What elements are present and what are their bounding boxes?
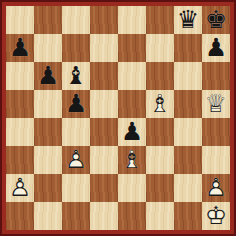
piece-black-queen[interactable]: ♛ — [174, 6, 202, 34]
square-e5[interactable] — [118, 90, 146, 118]
piece-white-pawn[interactable]: ♟♙ — [62, 146, 90, 174]
square-d7[interactable] — [90, 34, 118, 62]
square-d6[interactable] — [90, 62, 118, 90]
piece-black-pawn[interactable]: ♟ — [34, 62, 62, 90]
square-b5[interactable] — [34, 90, 62, 118]
piece-black-bishop[interactable]: ♝ — [62, 62, 90, 90]
black-pawn-icon: ♟ — [37, 63, 59, 88]
piece-white-pawn[interactable]: ♟♙ — [202, 174, 230, 202]
square-e7[interactable] — [118, 34, 146, 62]
square-e8[interactable] — [118, 6, 146, 34]
square-h6[interactable] — [202, 62, 230, 90]
square-b6[interactable]: ♟ — [34, 62, 62, 90]
piece-white-queen[interactable]: ♛♕ — [202, 90, 230, 118]
square-a4[interactable] — [6, 118, 34, 146]
square-d8[interactable] — [90, 6, 118, 34]
square-g2[interactable] — [174, 174, 202, 202]
square-f3[interactable] — [146, 146, 174, 174]
square-a7[interactable]: ♟ — [6, 34, 34, 62]
chess-board: ♛♚♟♟♟♝♟♝♗♛♕♟♟♙♝♗♟♙♟♙♚♔ — [6, 6, 230, 230]
square-h5[interactable]: ♛♕ — [202, 90, 230, 118]
square-c3[interactable]: ♟♙ — [62, 146, 90, 174]
piece-white-king[interactable]: ♚♔ — [202, 202, 230, 230]
white-bishop-outline-icon: ♗ — [121, 147, 143, 172]
square-h3[interactable] — [202, 146, 230, 174]
white-pawn-outline-icon: ♙ — [65, 147, 87, 172]
white-pawn-outline-icon: ♙ — [9, 175, 31, 200]
square-g6[interactable] — [174, 62, 202, 90]
square-a1[interactable] — [6, 202, 34, 230]
board-frame: ♛♚♟♟♟♝♟♝♗♛♕♟♟♙♝♗♟♙♟♙♚♔ — [0, 0, 236, 236]
square-c1[interactable] — [62, 202, 90, 230]
square-f7[interactable] — [146, 34, 174, 62]
square-g8[interactable]: ♛ — [174, 6, 202, 34]
square-a3[interactable] — [6, 146, 34, 174]
black-pawn-icon: ♟ — [205, 35, 227, 60]
white-king-outline-icon: ♔ — [205, 203, 227, 228]
square-e4[interactable]: ♟ — [118, 118, 146, 146]
piece-white-bishop[interactable]: ♝♗ — [118, 146, 146, 174]
piece-black-pawn[interactable]: ♟ — [6, 34, 34, 62]
piece-black-king[interactable]: ♚ — [202, 6, 230, 34]
square-h4[interactable] — [202, 118, 230, 146]
square-c8[interactable] — [62, 6, 90, 34]
black-king-icon: ♚ — [205, 7, 227, 32]
square-e2[interactable] — [118, 174, 146, 202]
square-c6[interactable]: ♝ — [62, 62, 90, 90]
white-bishop-outline-icon: ♗ — [149, 91, 171, 116]
square-c7[interactable] — [62, 34, 90, 62]
black-queen-icon: ♛ — [177, 7, 199, 32]
piece-black-pawn[interactable]: ♟ — [62, 90, 90, 118]
square-e6[interactable] — [118, 62, 146, 90]
square-b4[interactable] — [34, 118, 62, 146]
square-f6[interactable] — [146, 62, 174, 90]
square-c4[interactable] — [62, 118, 90, 146]
square-g4[interactable] — [174, 118, 202, 146]
square-c5[interactable]: ♟ — [62, 90, 90, 118]
white-queen-outline-icon: ♕ — [205, 91, 227, 116]
black-bishop-icon: ♝ — [65, 63, 87, 88]
square-f4[interactable] — [146, 118, 174, 146]
square-f1[interactable] — [146, 202, 174, 230]
square-g7[interactable] — [174, 34, 202, 62]
square-a5[interactable] — [6, 90, 34, 118]
square-c2[interactable] — [62, 174, 90, 202]
white-pawn-outline-icon: ♙ — [205, 175, 227, 200]
square-a8[interactable] — [6, 6, 34, 34]
square-h2[interactable]: ♟♙ — [202, 174, 230, 202]
square-g3[interactable] — [174, 146, 202, 174]
square-g1[interactable] — [174, 202, 202, 230]
black-pawn-icon: ♟ — [65, 91, 87, 116]
piece-white-pawn[interactable]: ♟♙ — [6, 174, 34, 202]
square-b7[interactable] — [34, 34, 62, 62]
square-b2[interactable] — [34, 174, 62, 202]
square-e3[interactable]: ♝♗ — [118, 146, 146, 174]
square-f5[interactable]: ♝♗ — [146, 90, 174, 118]
square-h7[interactable]: ♟ — [202, 34, 230, 62]
square-g5[interactable] — [174, 90, 202, 118]
piece-black-pawn[interactable]: ♟ — [118, 118, 146, 146]
square-f2[interactable] — [146, 174, 174, 202]
piece-black-pawn[interactable]: ♟ — [202, 34, 230, 62]
square-d4[interactable] — [90, 118, 118, 146]
square-a2[interactable]: ♟♙ — [6, 174, 34, 202]
square-b3[interactable] — [34, 146, 62, 174]
square-b8[interactable] — [34, 6, 62, 34]
square-h1[interactable]: ♚♔ — [202, 202, 230, 230]
square-e1[interactable] — [118, 202, 146, 230]
piece-white-bishop[interactable]: ♝♗ — [146, 90, 174, 118]
square-f8[interactable] — [146, 6, 174, 34]
square-d1[interactable] — [90, 202, 118, 230]
square-a6[interactable] — [6, 62, 34, 90]
square-d2[interactable] — [90, 174, 118, 202]
black-pawn-icon: ♟ — [9, 35, 31, 60]
square-b1[interactable] — [34, 202, 62, 230]
square-d3[interactable] — [90, 146, 118, 174]
black-pawn-icon: ♟ — [121, 119, 143, 144]
square-h8[interactable]: ♚ — [202, 6, 230, 34]
square-d5[interactable] — [90, 90, 118, 118]
